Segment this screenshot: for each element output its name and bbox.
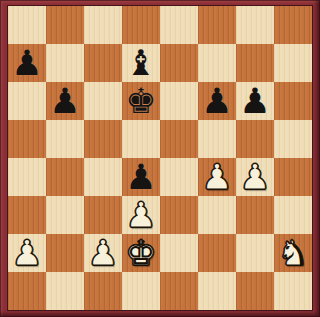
square-d6[interactable]: ♚ bbox=[122, 82, 160, 120]
square-h5[interactable] bbox=[274, 120, 312, 158]
square-g4[interactable]: ♟ bbox=[236, 158, 274, 196]
square-h2[interactable]: ♞ bbox=[274, 234, 312, 272]
square-c8[interactable] bbox=[84, 6, 122, 44]
square-f5[interactable] bbox=[198, 120, 236, 158]
square-e7[interactable] bbox=[160, 44, 198, 82]
square-f3[interactable] bbox=[198, 196, 236, 234]
square-a4[interactable] bbox=[8, 158, 46, 196]
square-a6[interactable] bbox=[8, 82, 46, 120]
piece-white-king[interactable]: ♚ bbox=[125, 234, 156, 272]
square-a8[interactable] bbox=[8, 6, 46, 44]
square-e8[interactable] bbox=[160, 6, 198, 44]
square-a7[interactable]: ♟ bbox=[8, 44, 46, 82]
square-b4[interactable] bbox=[46, 158, 84, 196]
square-e4[interactable] bbox=[160, 158, 198, 196]
square-e5[interactable] bbox=[160, 120, 198, 158]
square-b6[interactable]: ♟ bbox=[46, 82, 84, 120]
piece-black-pawn[interactable]: ♟ bbox=[49, 82, 80, 120]
square-g7[interactable] bbox=[236, 44, 274, 82]
square-g1[interactable] bbox=[236, 272, 274, 310]
chess-board: ♟♝♟♚♟♟♟♟♟♟♟♟♚♞ bbox=[8, 6, 312, 310]
square-g2[interactable] bbox=[236, 234, 274, 272]
piece-white-knight[interactable]: ♞ bbox=[277, 234, 308, 272]
square-e1[interactable] bbox=[160, 272, 198, 310]
square-c4[interactable] bbox=[84, 158, 122, 196]
square-a5[interactable] bbox=[8, 120, 46, 158]
square-b2[interactable] bbox=[46, 234, 84, 272]
piece-white-pawn[interactable]: ♟ bbox=[201, 158, 232, 196]
square-c1[interactable] bbox=[84, 272, 122, 310]
square-g5[interactable] bbox=[236, 120, 274, 158]
square-d5[interactable] bbox=[122, 120, 160, 158]
square-h8[interactable] bbox=[274, 6, 312, 44]
square-c6[interactable] bbox=[84, 82, 122, 120]
square-b3[interactable] bbox=[46, 196, 84, 234]
square-e3[interactable] bbox=[160, 196, 198, 234]
square-b5[interactable] bbox=[46, 120, 84, 158]
piece-black-pawn[interactable]: ♟ bbox=[11, 44, 42, 82]
square-e6[interactable] bbox=[160, 82, 198, 120]
piece-black-pawn[interactable]: ♟ bbox=[239, 82, 270, 120]
square-d3[interactable]: ♟ bbox=[122, 196, 160, 234]
square-d7[interactable]: ♝ bbox=[122, 44, 160, 82]
piece-black-king[interactable]: ♚ bbox=[125, 82, 156, 120]
piece-white-pawn[interactable]: ♟ bbox=[87, 234, 118, 272]
square-a1[interactable] bbox=[8, 272, 46, 310]
square-e2[interactable] bbox=[160, 234, 198, 272]
piece-white-pawn[interactable]: ♟ bbox=[11, 234, 42, 272]
square-f1[interactable] bbox=[198, 272, 236, 310]
square-a3[interactable] bbox=[8, 196, 46, 234]
square-h4[interactable] bbox=[274, 158, 312, 196]
square-f8[interactable] bbox=[198, 6, 236, 44]
square-g8[interactable] bbox=[236, 6, 274, 44]
piece-black-bishop[interactable]: ♝ bbox=[125, 44, 156, 82]
board-frame: ♟♝♟♚♟♟♟♟♟♟♟♟♚♞ bbox=[0, 0, 320, 317]
piece-white-pawn[interactable]: ♟ bbox=[239, 158, 270, 196]
square-b1[interactable] bbox=[46, 272, 84, 310]
piece-black-pawn[interactable]: ♟ bbox=[201, 82, 232, 120]
square-f2[interactable] bbox=[198, 234, 236, 272]
square-a2[interactable]: ♟ bbox=[8, 234, 46, 272]
square-d4[interactable]: ♟ bbox=[122, 158, 160, 196]
square-d1[interactable] bbox=[122, 272, 160, 310]
piece-white-pawn[interactable]: ♟ bbox=[125, 196, 156, 234]
square-h6[interactable] bbox=[274, 82, 312, 120]
square-h1[interactable] bbox=[274, 272, 312, 310]
square-c5[interactable] bbox=[84, 120, 122, 158]
square-f4[interactable]: ♟ bbox=[198, 158, 236, 196]
square-h3[interactable] bbox=[274, 196, 312, 234]
square-g3[interactable] bbox=[236, 196, 274, 234]
square-h7[interactable] bbox=[274, 44, 312, 82]
piece-black-pawn[interactable]: ♟ bbox=[125, 158, 156, 196]
square-c3[interactable] bbox=[84, 196, 122, 234]
square-b8[interactable] bbox=[46, 6, 84, 44]
square-c2[interactable]: ♟ bbox=[84, 234, 122, 272]
square-f7[interactable] bbox=[198, 44, 236, 82]
square-d8[interactable] bbox=[122, 6, 160, 44]
square-d2[interactable]: ♚ bbox=[122, 234, 160, 272]
square-b7[interactable] bbox=[46, 44, 84, 82]
square-g6[interactable]: ♟ bbox=[236, 82, 274, 120]
square-c7[interactable] bbox=[84, 44, 122, 82]
square-f6[interactable]: ♟ bbox=[198, 82, 236, 120]
